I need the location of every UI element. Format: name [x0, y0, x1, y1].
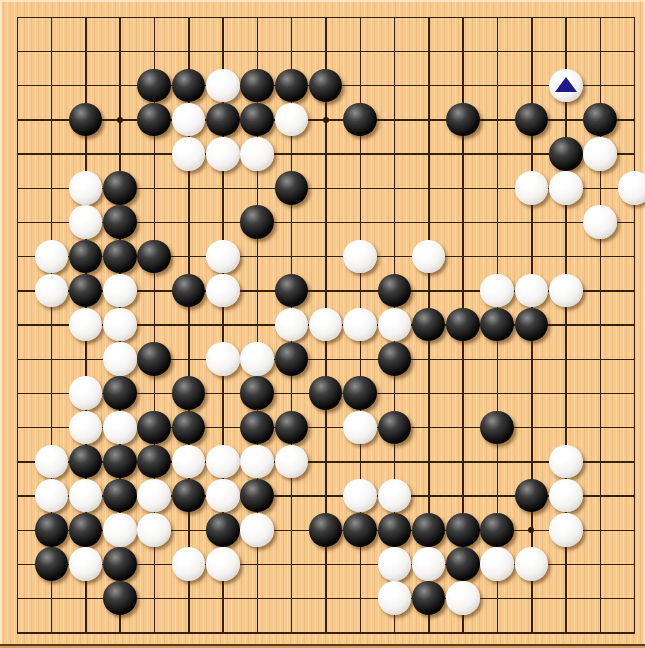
board-point[interactable] [480, 171, 514, 205]
board-point[interactable] [34, 615, 68, 648]
board-point[interactable] [583, 547, 617, 581]
board-point[interactable] [549, 102, 583, 136]
board-point[interactable] [0, 0, 34, 34]
white-stone [206, 342, 240, 376]
board-cell [240, 513, 274, 547]
board-point[interactable] [617, 239, 645, 273]
board-point[interactable] [583, 273, 617, 307]
white-stone [206, 479, 240, 513]
board-point[interactable] [583, 308, 617, 342]
board-point[interactable] [514, 68, 548, 102]
board-point[interactable] [549, 376, 583, 410]
board-point[interactable] [446, 0, 480, 34]
board-point[interactable] [411, 68, 445, 102]
board-point[interactable] [68, 34, 102, 68]
board-point[interactable] [274, 239, 308, 273]
board-point[interactable] [583, 342, 617, 376]
board-point[interactable] [549, 205, 583, 239]
board-point[interactable] [343, 171, 377, 205]
black-stone [172, 69, 206, 103]
board-point[interactable] [514, 0, 548, 34]
board-point[interactable] [446, 273, 480, 307]
board-point[interactable] [617, 581, 645, 615]
board-point[interactable] [0, 171, 34, 205]
black-stone [446, 308, 480, 342]
board-point[interactable] [0, 137, 34, 171]
board-point[interactable] [171, 615, 205, 648]
board-point[interactable] [309, 102, 343, 136]
board-point[interactable] [617, 68, 645, 102]
board-cell [240, 342, 274, 376]
board-point[interactable] [240, 581, 274, 615]
board-point[interactable] [68, 0, 102, 34]
board-point[interactable] [68, 581, 102, 615]
board-point[interactable] [68, 342, 102, 376]
board-point[interactable] [583, 615, 617, 648]
board-point[interactable] [0, 581, 34, 615]
board-point[interactable] [274, 0, 308, 34]
board-point[interactable] [446, 615, 480, 648]
board-point[interactable] [549, 615, 583, 648]
board-point[interactable] [206, 171, 240, 205]
board-point[interactable] [309, 137, 343, 171]
board-cell [240, 479, 274, 513]
board-point[interactable] [343, 205, 377, 239]
board-point[interactable] [103, 0, 137, 34]
board-point[interactable] [514, 205, 548, 239]
black-stone [515, 308, 549, 342]
board-point[interactable] [377, 137, 411, 171]
board-cell [206, 102, 240, 136]
board-point[interactable] [446, 171, 480, 205]
board-point[interactable] [206, 581, 240, 615]
board-point[interactable] [68, 68, 102, 102]
board-point[interactable] [274, 205, 308, 239]
board-point[interactable] [34, 0, 68, 34]
board-point[interactable] [343, 444, 377, 478]
board-point[interactable] [411, 615, 445, 648]
board-point[interactable] [206, 410, 240, 444]
black-stone [309, 69, 343, 103]
board-point[interactable] [309, 342, 343, 376]
board-point[interactable] [514, 581, 548, 615]
board-point[interactable] [171, 0, 205, 34]
board-point[interactable] [137, 0, 171, 34]
board-point[interactable] [0, 342, 34, 376]
board-point[interactable] [274, 376, 308, 410]
board-point[interactable] [137, 205, 171, 239]
board-point[interactable] [377, 102, 411, 136]
white-stone [515, 274, 549, 308]
board-point[interactable] [343, 68, 377, 102]
white-stone [69, 547, 103, 581]
board-point[interactable] [549, 547, 583, 581]
board-point[interactable] [514, 444, 548, 478]
board-point[interactable] [446, 68, 480, 102]
board-point[interactable] [377, 205, 411, 239]
board-cell [583, 102, 617, 136]
board-point[interactable] [137, 273, 171, 307]
board-point[interactable] [411, 205, 445, 239]
white-stone [69, 479, 103, 513]
board-point[interactable] [171, 239, 205, 273]
board-point[interactable] [583, 68, 617, 102]
white-stone [549, 69, 583, 103]
board-point[interactable] [411, 171, 445, 205]
board-point[interactable] [240, 615, 274, 648]
board-point[interactable] [514, 615, 548, 648]
board-point[interactable] [617, 547, 645, 581]
board-point[interactable] [446, 205, 480, 239]
board-point[interactable] [0, 308, 34, 342]
board-point[interactable] [377, 239, 411, 273]
board-point[interactable] [617, 444, 645, 478]
board-point[interactable] [377, 444, 411, 478]
board-point[interactable] [514, 410, 548, 444]
board-point[interactable] [103, 615, 137, 648]
board-point[interactable] [411, 102, 445, 136]
board-point[interactable] [480, 376, 514, 410]
board-point[interactable] [34, 410, 68, 444]
board-point[interactable] [0, 205, 34, 239]
board-point[interactable] [137, 581, 171, 615]
black-stone [378, 342, 412, 376]
black-stone [103, 547, 137, 581]
board-point[interactable] [446, 376, 480, 410]
board-point[interactable] [549, 581, 583, 615]
board-point[interactable] [617, 479, 645, 513]
board-point[interactable] [446, 239, 480, 273]
board-point[interactable] [309, 171, 343, 205]
board-point[interactable] [206, 376, 240, 410]
board-point[interactable] [446, 410, 480, 444]
black-stone [480, 513, 514, 547]
black-stone [103, 240, 137, 274]
board-point[interactable] [171, 34, 205, 68]
board-point[interactable] [34, 205, 68, 239]
board-point[interactable] [103, 68, 137, 102]
board-point[interactable] [34, 308, 68, 342]
board-point[interactable] [480, 239, 514, 273]
board-point[interactable] [206, 205, 240, 239]
black-stone [240, 376, 274, 410]
board-point[interactable] [343, 0, 377, 34]
white-stone [172, 137, 206, 171]
board-point[interactable] [137, 137, 171, 171]
board-point[interactable] [617, 410, 645, 444]
board-cell [137, 102, 171, 136]
board-point[interactable] [617, 34, 645, 68]
board-point[interactable] [274, 615, 308, 648]
white-stone [412, 547, 446, 581]
board-point[interactable] [343, 581, 377, 615]
board-cell [68, 239, 102, 273]
board-point[interactable] [34, 342, 68, 376]
board-cell [377, 342, 411, 376]
board-point[interactable] [206, 0, 240, 34]
board-point[interactable] [103, 102, 137, 136]
board-point[interactable] [480, 205, 514, 239]
board-cell [514, 547, 548, 581]
board-point[interactable] [446, 137, 480, 171]
board-point[interactable] [377, 0, 411, 34]
board-point[interactable] [411, 0, 445, 34]
white-stone [206, 547, 240, 581]
board-point[interactable] [34, 581, 68, 615]
board-point[interactable] [480, 444, 514, 478]
white-stone [378, 547, 412, 581]
board-point[interactable] [343, 547, 377, 581]
board-point[interactable] [514, 376, 548, 410]
black-stone [515, 103, 549, 137]
board-point[interactable] [480, 615, 514, 648]
board-point[interactable] [171, 513, 205, 547]
black-stone [446, 103, 480, 137]
board-point[interactable] [137, 171, 171, 205]
board-cell [549, 479, 583, 513]
black-stone [137, 69, 171, 103]
board-point[interactable] [617, 205, 645, 239]
white-stone [549, 479, 583, 513]
board-point[interactable] [240, 0, 274, 34]
board-point[interactable] [446, 479, 480, 513]
board-point[interactable] [514, 137, 548, 171]
board-cell [171, 410, 205, 444]
black-stone [137, 445, 171, 479]
board-point[interactable] [549, 34, 583, 68]
board-point[interactable] [240, 34, 274, 68]
board-point[interactable] [343, 615, 377, 648]
board-point[interactable] [34, 34, 68, 68]
board-point[interactable] [617, 273, 645, 307]
board-point[interactable] [343, 342, 377, 376]
board-point[interactable] [309, 547, 343, 581]
black-stone [137, 342, 171, 376]
board-point[interactable] [617, 342, 645, 376]
board-point[interactable] [617, 615, 645, 648]
board-point[interactable] [0, 615, 34, 648]
board-point[interactable] [617, 0, 645, 34]
board-point[interactable] [411, 342, 445, 376]
white-stone [172, 103, 206, 137]
board-point[interactable] [137, 547, 171, 581]
board-point[interactable] [103, 137, 137, 171]
board-point[interactable] [583, 239, 617, 273]
board-point[interactable] [34, 137, 68, 171]
board-point[interactable] [0, 547, 34, 581]
board-cell [68, 547, 102, 581]
board-point[interactable] [411, 410, 445, 444]
black-stone [275, 274, 309, 308]
board-point[interactable] [480, 34, 514, 68]
board-cell [206, 137, 240, 171]
board-point[interactable] [0, 410, 34, 444]
white-stone [240, 342, 274, 376]
board-point[interactable] [0, 68, 34, 102]
board-grid [0, 0, 645, 648]
board-point[interactable] [549, 308, 583, 342]
white-stone [69, 376, 103, 410]
board-point[interactable] [480, 581, 514, 615]
board-cell [480, 410, 514, 444]
board-point[interactable] [240, 171, 274, 205]
board-point[interactable] [514, 342, 548, 376]
white-stone [343, 308, 377, 342]
board-point[interactable] [34, 102, 68, 136]
board-point[interactable] [309, 205, 343, 239]
board-point[interactable] [309, 581, 343, 615]
board-point[interactable] [309, 479, 343, 513]
board-point[interactable] [446, 342, 480, 376]
board-point[interactable] [206, 615, 240, 648]
white-stone [378, 308, 412, 342]
board-point[interactable] [68, 137, 102, 171]
board-point[interactable] [583, 479, 617, 513]
board-point[interactable] [583, 34, 617, 68]
board-point[interactable] [309, 0, 343, 34]
board-point[interactable] [171, 581, 205, 615]
board-point[interactable] [480, 102, 514, 136]
board-point[interactable] [617, 513, 645, 547]
black-stone [275, 411, 309, 445]
board-point[interactable] [411, 137, 445, 171]
board-cell [343, 239, 377, 273]
board-point[interactable] [309, 444, 343, 478]
board-point[interactable] [309, 239, 343, 273]
black-stone [172, 376, 206, 410]
board-point[interactable] [411, 444, 445, 478]
board-point[interactable] [583, 581, 617, 615]
white-stone [103, 274, 137, 308]
board-point[interactable] [343, 34, 377, 68]
board-point[interactable] [171, 205, 205, 239]
white-stone [206, 445, 240, 479]
board-cell [103, 410, 137, 444]
white-stone [343, 240, 377, 274]
board-cell [68, 410, 102, 444]
board-cell [137, 513, 171, 547]
board-point[interactable] [0, 34, 34, 68]
board-point[interactable] [137, 34, 171, 68]
board-cell [206, 239, 240, 273]
board-point[interactable] [34, 376, 68, 410]
board-point[interactable] [171, 171, 205, 205]
board-point[interactable] [206, 34, 240, 68]
board-point[interactable] [549, 0, 583, 34]
board-point[interactable] [514, 513, 548, 547]
board-point[interactable] [274, 137, 308, 171]
board-point[interactable] [34, 68, 68, 102]
board-point[interactable] [446, 444, 480, 478]
board-point[interactable] [0, 444, 34, 478]
board-point[interactable] [411, 273, 445, 307]
board-point[interactable] [274, 547, 308, 581]
board-point[interactable] [309, 273, 343, 307]
board-point[interactable] [411, 479, 445, 513]
board-point[interactable] [240, 239, 274, 273]
white-stone [35, 240, 69, 274]
board-point[interactable] [206, 308, 240, 342]
board-point[interactable] [0, 513, 34, 547]
board-point[interactable] [377, 615, 411, 648]
board-point[interactable] [514, 34, 548, 68]
board-point[interactable] [274, 581, 308, 615]
board-point[interactable] [377, 171, 411, 205]
board-point[interactable] [583, 171, 617, 205]
board-cell [377, 547, 411, 581]
board-point[interactable] [34, 171, 68, 205]
board-point[interactable] [0, 479, 34, 513]
board-point[interactable] [103, 34, 137, 68]
board-point[interactable] [549, 342, 583, 376]
board-point[interactable] [137, 615, 171, 648]
board-point[interactable] [377, 68, 411, 102]
board-point[interactable] [137, 376, 171, 410]
board-cell [480, 547, 514, 581]
board-point[interactable] [480, 137, 514, 171]
board-point[interactable] [617, 102, 645, 136]
board-point[interactable] [617, 376, 645, 410]
board-point[interactable] [0, 376, 34, 410]
white-stone [583, 137, 617, 171]
board-point[interactable] [549, 410, 583, 444]
board-point[interactable] [343, 137, 377, 171]
board-point[interactable] [309, 410, 343, 444]
board-point[interactable] [617, 308, 645, 342]
board-point[interactable] [617, 137, 645, 171]
board-point[interactable] [583, 513, 617, 547]
board-cell [480, 273, 514, 307]
board-point[interactable] [240, 273, 274, 307]
board-cell [446, 513, 480, 547]
board-point[interactable] [583, 410, 617, 444]
black-stone [343, 376, 377, 410]
board-point[interactable] [480, 342, 514, 376]
board-point[interactable] [446, 34, 480, 68]
board-point[interactable] [0, 273, 34, 307]
board-point[interactable] [583, 0, 617, 34]
board-point[interactable] [480, 479, 514, 513]
board-point[interactable] [240, 547, 274, 581]
board-point[interactable] [411, 376, 445, 410]
board-point[interactable] [68, 615, 102, 648]
board-point[interactable] [0, 239, 34, 273]
board-point[interactable] [377, 376, 411, 410]
board-point[interactable] [583, 444, 617, 478]
board-point[interactable] [480, 68, 514, 102]
board-point[interactable] [274, 513, 308, 547]
board-point[interactable] [411, 34, 445, 68]
board-point[interactable] [309, 34, 343, 68]
board-point[interactable] [583, 376, 617, 410]
board-point[interactable] [274, 479, 308, 513]
board-point[interactable] [240, 308, 274, 342]
board-point[interactable] [514, 239, 548, 273]
board-cell [137, 342, 171, 376]
board-point[interactable] [0, 102, 34, 136]
board-point[interactable] [274, 34, 308, 68]
board-point[interactable] [343, 273, 377, 307]
board-point[interactable] [549, 239, 583, 273]
board-point[interactable] [480, 0, 514, 34]
black-stone [378, 274, 412, 308]
board-point[interactable] [137, 308, 171, 342]
board-point[interactable] [171, 308, 205, 342]
white-stone [378, 581, 412, 615]
board-point[interactable] [377, 34, 411, 68]
board-point[interactable] [171, 342, 205, 376]
board-point[interactable] [309, 615, 343, 648]
